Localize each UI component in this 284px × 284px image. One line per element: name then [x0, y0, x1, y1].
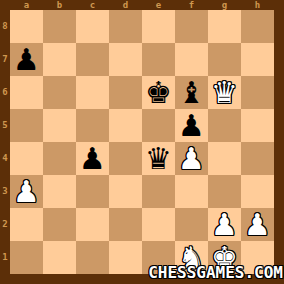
square-h6[interactable]	[241, 76, 274, 109]
square-g7[interactable]	[208, 43, 241, 76]
square-b4[interactable]	[43, 142, 76, 175]
square-d4[interactable]	[109, 142, 142, 175]
square-g6[interactable]: ♛	[208, 76, 241, 109]
square-e8[interactable]	[142, 10, 175, 43]
square-d8[interactable]	[109, 10, 142, 43]
file-label-h: h	[241, 0, 274, 10]
square-a3[interactable]: ♟	[10, 175, 43, 208]
white-pawn-a3[interactable]: ♟	[13, 175, 40, 208]
square-g8[interactable]	[208, 10, 241, 43]
file-label-d: d	[109, 0, 142, 10]
square-d6[interactable]	[109, 76, 142, 109]
square-e6[interactable]: ♚	[142, 76, 175, 109]
chessgames-watermark: CHESSGAMES.COM	[148, 265, 283, 281]
square-g3[interactable]	[208, 175, 241, 208]
square-e2[interactable]	[142, 208, 175, 241]
black-pawn-c4[interactable]: ♟	[79, 142, 106, 175]
square-f4[interactable]: ♟	[175, 142, 208, 175]
file-label-b: b	[43, 0, 76, 10]
square-f5[interactable]: ♟	[175, 109, 208, 142]
square-b1[interactable]	[43, 241, 76, 274]
square-g4[interactable]	[208, 142, 241, 175]
black-bishop-f6[interactable]: ♝	[178, 76, 205, 109]
square-b6[interactable]	[43, 76, 76, 109]
square-d5[interactable]	[109, 109, 142, 142]
black-pawn-f5[interactable]: ♟	[178, 109, 205, 142]
square-a7[interactable]: ♟	[10, 43, 43, 76]
square-b3[interactable]	[43, 175, 76, 208]
square-e4[interactable]: ♛	[142, 142, 175, 175]
square-c8[interactable]	[76, 10, 109, 43]
square-c2[interactable]	[76, 208, 109, 241]
white-queen-g6[interactable]: ♛	[211, 76, 238, 109]
square-d7[interactable]	[109, 43, 142, 76]
square-d2[interactable]	[109, 208, 142, 241]
rank-label-1: 1	[0, 241, 10, 274]
square-b8[interactable]	[43, 10, 76, 43]
square-a2[interactable]	[10, 208, 43, 241]
square-b2[interactable]	[43, 208, 76, 241]
square-c7[interactable]	[76, 43, 109, 76]
square-g2[interactable]: ♟	[208, 208, 241, 241]
white-pawn-f4[interactable]: ♟	[178, 142, 205, 175]
square-d1[interactable]	[109, 241, 142, 274]
square-a6[interactable]	[10, 76, 43, 109]
square-h3[interactable]	[241, 175, 274, 208]
white-pawn-g2[interactable]: ♟	[211, 208, 238, 241]
square-a1[interactable]	[10, 241, 43, 274]
rank-label-2: 2	[0, 208, 10, 241]
black-pawn-a7[interactable]: ♟	[13, 43, 40, 76]
square-a8[interactable]	[10, 10, 43, 43]
rank-label-6: 6	[0, 76, 10, 109]
rank-label-4: 4	[0, 142, 10, 175]
rank-label-3: 3	[0, 175, 10, 208]
file-label-f: f	[175, 0, 208, 10]
white-pawn-h2[interactable]: ♟	[244, 208, 271, 241]
square-f6[interactable]: ♝	[175, 76, 208, 109]
square-c6[interactable]	[76, 76, 109, 109]
square-e7[interactable]	[142, 43, 175, 76]
square-b7[interactable]	[43, 43, 76, 76]
square-h2[interactable]: ♟	[241, 208, 274, 241]
black-king-e6[interactable]: ♚	[145, 76, 172, 109]
rank-label-5: 5	[0, 109, 10, 142]
square-c1[interactable]	[76, 241, 109, 274]
black-queen-e4[interactable]: ♛	[145, 142, 172, 175]
square-a4[interactable]	[10, 142, 43, 175]
square-e3[interactable]	[142, 175, 175, 208]
rank-label-8: 8	[0, 10, 10, 43]
square-c5[interactable]	[76, 109, 109, 142]
file-label-c: c	[76, 0, 109, 10]
square-h4[interactable]	[241, 142, 274, 175]
file-label-g: g	[208, 0, 241, 10]
square-h7[interactable]	[241, 43, 274, 76]
square-h8[interactable]	[241, 10, 274, 43]
file-label-a: a	[10, 0, 43, 10]
square-a5[interactable]	[10, 109, 43, 142]
chess-board: ♟♚♝♛♟♟♛♟♟♟♟♞♚	[10, 10, 274, 274]
square-h5[interactable]	[241, 109, 274, 142]
square-f7[interactable]	[175, 43, 208, 76]
square-g5[interactable]	[208, 109, 241, 142]
chess-diagram: abcdefgh87654321 ♟♚♝♛♟♟♛♟♟♟♟♞♚ CHESSGAME…	[0, 0, 284, 284]
square-d3[interactable]	[109, 175, 142, 208]
square-f2[interactable]	[175, 208, 208, 241]
square-b5[interactable]	[43, 109, 76, 142]
square-f3[interactable]	[175, 175, 208, 208]
square-f8[interactable]	[175, 10, 208, 43]
square-c4[interactable]: ♟	[76, 142, 109, 175]
file-label-e: e	[142, 0, 175, 10]
square-c3[interactable]	[76, 175, 109, 208]
rank-label-7: 7	[0, 43, 10, 76]
square-e5[interactable]	[142, 109, 175, 142]
